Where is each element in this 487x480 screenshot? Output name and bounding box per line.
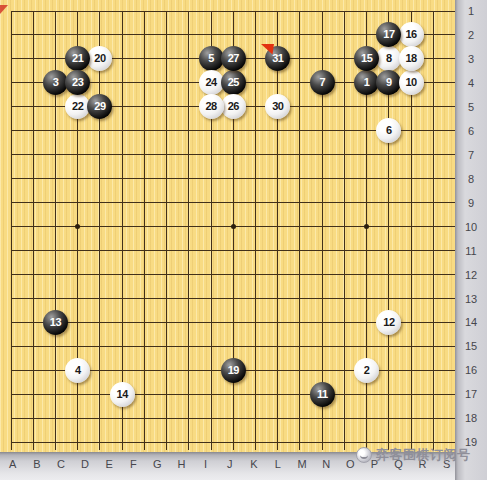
column-label-O: O [346, 458, 355, 470]
column-label-E: E [105, 458, 112, 470]
stone-number: 18 [406, 53, 417, 64]
stone-white-move-10: 10 [399, 70, 424, 95]
grid-line-vertical [99, 11, 100, 450]
stone-number: 21 [72, 53, 83, 64]
row-label-1: 1 [468, 5, 474, 17]
stone-number: 2 [364, 365, 370, 376]
star-point [231, 224, 236, 229]
row-label-17: 17 [465, 388, 477, 400]
row-label-10: 10 [465, 221, 477, 233]
row-label-16: 16 [465, 364, 477, 376]
stone-number: 9 [386, 77, 392, 88]
grid-line-vertical [299, 11, 300, 450]
watermark: 弈客围棋订阅号 [356, 444, 485, 466]
column-label-B: B [33, 458, 40, 470]
stone-number: 23 [72, 77, 83, 88]
row-label-6: 6 [468, 125, 474, 137]
watermark-text: 弈客围棋订阅号 [376, 446, 471, 464]
column-label-K: K [250, 458, 257, 470]
row-label-15: 15 [465, 340, 477, 352]
stone-black-move-7: 7 [310, 70, 335, 95]
grid-line-vertical [33, 11, 34, 450]
grid-line-horizontal [11, 250, 455, 251]
stone-number: 14 [117, 389, 128, 400]
row-label-5: 5 [468, 101, 474, 113]
stone-white-move-16: 16 [399, 22, 424, 47]
row-label-11: 11 [465, 245, 476, 257]
row-label-4: 4 [468, 77, 474, 89]
stone-white-move-28: 28 [199, 94, 224, 119]
column-label-A: A [9, 458, 16, 470]
stone-white-move-24: 24 [199, 70, 224, 95]
row-label-18: 18 [465, 412, 477, 424]
stone-number: 20 [94, 53, 105, 64]
column-label-J: J [227, 458, 233, 470]
grid-line-vertical [277, 11, 278, 450]
stone-number: 1 [364, 77, 370, 88]
grid-line-vertical [166, 11, 167, 450]
corner-red-mark [0, 0, 9, 18]
stone-number: 8 [386, 53, 392, 64]
stone-white-move-14: 14 [110, 382, 135, 407]
last-move-marker [261, 41, 274, 52]
row-label-7: 7 [468, 149, 474, 161]
column-label-N: N [322, 458, 330, 470]
stone-number: 12 [383, 317, 394, 328]
column-label-M: M [297, 458, 306, 470]
row-label-12: 12 [465, 269, 477, 281]
stone-number: 28 [205, 101, 216, 112]
row-label-strip: 12345678910111213141516171819 [455, 0, 487, 480]
stone-number: 31 [272, 53, 283, 64]
grid-line-horizontal [11, 11, 455, 12]
stone-white-move-2: 2 [354, 358, 379, 383]
grid-line-vertical [433, 11, 434, 450]
grid-line-vertical [144, 11, 145, 450]
stone-white-move-18: 18 [399, 46, 424, 71]
go-diagram-screenshot: 1234567891011121314151617181920212223242… [0, 0, 487, 480]
grid-line-horizontal [11, 178, 455, 179]
grid-line-vertical [344, 11, 345, 450]
column-label-D: D [81, 458, 89, 470]
row-label-14: 14 [465, 316, 477, 328]
grid-line-vertical [255, 11, 256, 450]
stone-white-move-26: 26 [221, 94, 246, 119]
stone-number: 25 [228, 77, 239, 88]
stone-black-move-11: 11 [310, 382, 335, 407]
stone-number: 30 [272, 101, 283, 112]
row-label-2: 2 [468, 29, 474, 41]
column-label-G: G [153, 458, 162, 470]
grid-line-horizontal [11, 298, 455, 299]
grid-line-horizontal [11, 418, 455, 419]
stone-number: 5 [208, 53, 214, 64]
stone-number: 27 [228, 53, 239, 64]
stone-number: 24 [205, 77, 216, 88]
column-label-L: L [275, 458, 281, 470]
column-label-H: H [177, 458, 185, 470]
stone-black-move-13: 13 [43, 310, 68, 335]
column-label-I: I [204, 458, 207, 470]
row-label-13: 13 [465, 293, 477, 305]
grid-line-horizontal [11, 154, 455, 155]
watermark-logo-icon [356, 447, 372, 463]
stone-number: 6 [386, 125, 392, 136]
stone-number: 16 [406, 29, 417, 40]
stone-black-move-5: 5 [199, 46, 224, 71]
grid-line-horizontal [11, 442, 455, 443]
column-label-F: F [130, 458, 137, 470]
stone-number: 11 [317, 389, 328, 400]
grid-line-horizontal [11, 202, 455, 203]
grid-line-vertical [11, 11, 12, 450]
grid-line-vertical [188, 11, 189, 450]
stone-number: 10 [406, 77, 417, 88]
stone-number: 4 [75, 365, 81, 376]
stone-number: 7 [319, 77, 325, 88]
stone-number: 15 [361, 53, 372, 64]
stone-white-move-4: 4 [65, 358, 90, 383]
stone-number: 13 [50, 317, 61, 328]
grid-line-horizontal [11, 346, 455, 347]
stone-number: 26 [228, 101, 239, 112]
grid-line-horizontal [11, 394, 455, 395]
stone-number: 3 [53, 77, 59, 88]
column-label-C: C [57, 458, 65, 470]
stone-number: 17 [383, 29, 394, 40]
stone-number: 22 [72, 101, 83, 112]
stone-number: 19 [228, 365, 239, 376]
grid-line-horizontal [11, 274, 455, 275]
row-label-9: 9 [468, 197, 474, 209]
row-label-3: 3 [468, 53, 474, 65]
stone-black-move-19: 19 [221, 358, 246, 383]
row-label-8: 8 [468, 173, 474, 185]
stone-number: 29 [94, 101, 105, 112]
